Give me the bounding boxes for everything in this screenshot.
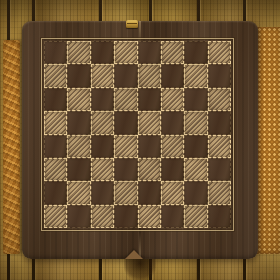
square-c8[interactable] <box>91 41 114 64</box>
square-c3[interactable] <box>91 158 114 181</box>
square-g1[interactable] <box>184 205 207 228</box>
square-h8[interactable] <box>208 41 231 64</box>
square-f1[interactable] <box>161 205 184 228</box>
square-f3[interactable] <box>161 158 184 181</box>
square-h3[interactable] <box>208 158 231 181</box>
square-b4[interactable] <box>67 135 90 158</box>
square-c2[interactable] <box>91 181 114 204</box>
wood-stain-mark <box>124 256 156 280</box>
brass-hinge <box>126 20 138 28</box>
square-f5[interactable] <box>161 111 184 134</box>
square-f6[interactable] <box>161 88 184 111</box>
square-d2[interactable] <box>114 181 137 204</box>
square-g7[interactable] <box>184 64 207 87</box>
square-h2[interactable] <box>208 181 231 204</box>
square-e5[interactable] <box>138 111 161 134</box>
inlay-border <box>41 38 234 231</box>
square-b2[interactable] <box>67 181 90 204</box>
square-f7[interactable] <box>161 64 184 87</box>
square-e3[interactable] <box>138 158 161 181</box>
square-a1[interactable] <box>44 205 67 228</box>
square-e7[interactable] <box>138 64 161 87</box>
square-a3[interactable] <box>44 158 67 181</box>
square-c7[interactable] <box>91 64 114 87</box>
square-h6[interactable] <box>208 88 231 111</box>
square-f2[interactable] <box>161 181 184 204</box>
square-g4[interactable] <box>184 135 207 158</box>
square-e1[interactable] <box>138 205 161 228</box>
photo-stage <box>0 0 280 280</box>
square-g6[interactable] <box>184 88 207 111</box>
square-g5[interactable] <box>184 111 207 134</box>
square-b1[interactable] <box>67 205 90 228</box>
square-b6[interactable] <box>67 88 90 111</box>
square-a7[interactable] <box>44 64 67 87</box>
square-d5[interactable] <box>114 111 137 134</box>
square-h1[interactable] <box>208 205 231 228</box>
square-h4[interactable] <box>208 135 231 158</box>
square-h5[interactable] <box>208 111 231 134</box>
square-d6[interactable] <box>114 88 137 111</box>
square-c4[interactable] <box>91 135 114 158</box>
square-d3[interactable] <box>114 158 137 181</box>
square-b3[interactable] <box>67 158 90 181</box>
square-d4[interactable] <box>114 135 137 158</box>
square-e2[interactable] <box>138 181 161 204</box>
square-a8[interactable] <box>44 41 67 64</box>
square-c1[interactable] <box>91 205 114 228</box>
square-d1[interactable] <box>114 205 137 228</box>
square-e6[interactable] <box>138 88 161 111</box>
square-d7[interactable] <box>114 64 137 87</box>
square-e4[interactable] <box>138 135 161 158</box>
board-grid <box>44 41 231 228</box>
square-f8[interactable] <box>161 41 184 64</box>
square-a6[interactable] <box>44 88 67 111</box>
leather-trim-left <box>3 40 20 254</box>
square-c5[interactable] <box>91 111 114 134</box>
clasp-triangle <box>125 250 143 259</box>
square-a5[interactable] <box>44 111 67 134</box>
square-b8[interactable] <box>67 41 90 64</box>
square-e8[interactable] <box>138 41 161 64</box>
square-c6[interactable] <box>91 88 114 111</box>
square-g3[interactable] <box>184 158 207 181</box>
chess-board <box>22 21 258 259</box>
square-h7[interactable] <box>208 64 231 87</box>
square-f4[interactable] <box>161 135 184 158</box>
square-g2[interactable] <box>184 181 207 204</box>
square-a2[interactable] <box>44 181 67 204</box>
square-g8[interactable] <box>184 41 207 64</box>
leather-trim-right <box>257 27 280 254</box>
square-b5[interactable] <box>67 111 90 134</box>
square-b7[interactable] <box>67 64 90 87</box>
square-d8[interactable] <box>114 41 137 64</box>
square-a4[interactable] <box>44 135 67 158</box>
